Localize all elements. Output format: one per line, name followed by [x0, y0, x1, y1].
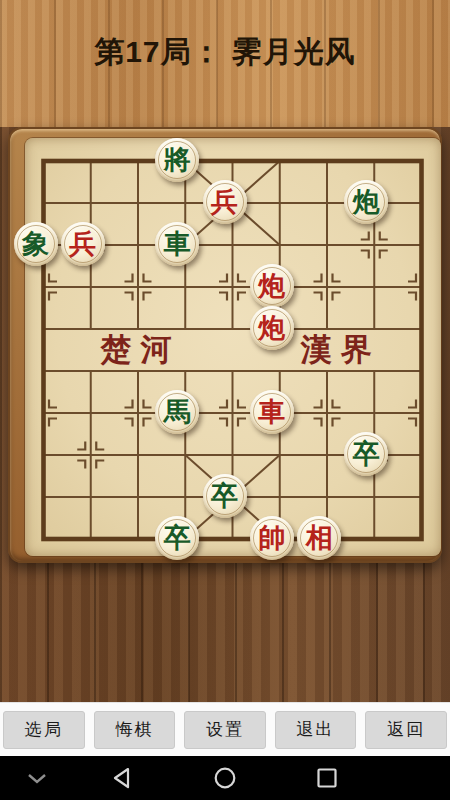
piece-character: 將 [164, 147, 191, 174]
settings-button[interactable]: 设置 [184, 711, 266, 749]
piece-red-cannon[interactable]: 炮 [250, 264, 294, 308]
piece-character: 兵 [69, 231, 96, 258]
home-icon[interactable] [212, 766, 238, 790]
back-button[interactable]: 返回 [365, 711, 447, 749]
piece-green-soldier[interactable]: 卒 [203, 474, 247, 518]
piece-green-general[interactable]: 將 [155, 138, 199, 182]
pieces-layer: 將兵炮象兵車炮炮馬車卒卒卒帥相 [12, 139, 437, 559]
piece-character: 帥 [258, 525, 285, 552]
piece-character: 象 [22, 231, 49, 258]
toolbar: 选局 悔棋 设置 退出 返回 [0, 702, 450, 756]
piece-character: 卒 [164, 525, 191, 552]
piece-character: 卒 [211, 483, 238, 510]
piece-green-elephant[interactable]: 象 [14, 222, 58, 266]
piece-character: 車 [258, 399, 285, 426]
piece-character: 卒 [353, 441, 380, 468]
piece-red-cannon[interactable]: 炮 [250, 306, 294, 350]
piece-red-elephant[interactable]: 相 [297, 516, 341, 560]
app-screen: 第17局： 霁月光风 楚河 漢界 將兵炮象兵車炮炮馬車卒卒卒帥相 选局 悔棋 设… [0, 0, 450, 800]
select-game-button[interactable]: 选局 [3, 711, 85, 749]
piece-green-soldier[interactable]: 卒 [344, 432, 388, 476]
piece-character: 炮 [258, 273, 285, 300]
android-navbar [0, 756, 450, 800]
chevron-down-icon[interactable] [24, 766, 50, 790]
undo-move-button[interactable]: 悔棋 [94, 711, 176, 749]
piece-green-chariot[interactable]: 車 [155, 222, 199, 266]
piece-red-general[interactable]: 帥 [250, 516, 294, 560]
page-title: 第17局： 霁月光风 [0, 30, 450, 74]
piece-character: 相 [306, 525, 333, 552]
exit-button[interactable]: 退出 [275, 711, 357, 749]
piece-red-soldier[interactable]: 兵 [203, 180, 247, 224]
piece-character: 兵 [211, 189, 238, 216]
piece-character: 炮 [353, 189, 380, 216]
piece-character: 車 [164, 231, 191, 258]
piece-character: 炮 [258, 315, 285, 342]
piece-red-soldier[interactable]: 兵 [61, 222, 105, 266]
piece-green-cannon[interactable]: 炮 [344, 180, 388, 224]
back-icon[interactable] [110, 766, 136, 790]
piece-green-soldier[interactable]: 卒 [155, 516, 199, 560]
piece-character: 馬 [164, 399, 191, 426]
piece-red-chariot[interactable]: 車 [250, 390, 294, 434]
piece-green-horse[interactable]: 馬 [155, 390, 199, 434]
recents-icon[interactable] [314, 766, 340, 790]
